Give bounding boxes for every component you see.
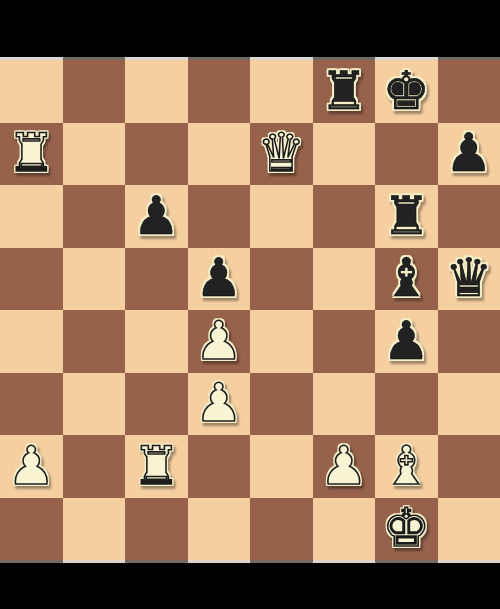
white-king[interactable]: ♚ [382, 501, 430, 554]
black-pawn[interactable]: ♟ [195, 251, 243, 304]
square-c8[interactable] [125, 60, 188, 123]
white-queen[interactable]: ♛ [257, 126, 305, 179]
black-pawn[interactable]: ♟ [445, 126, 493, 179]
square-f4[interactable] [313, 310, 376, 373]
white-pawn[interactable]: ♟ [195, 376, 243, 429]
black-rook[interactable]: ♜ [320, 64, 368, 117]
bottom-band [0, 563, 500, 609]
square-h3[interactable] [438, 373, 500, 436]
square-h5[interactable]: ♛ [438, 248, 500, 311]
square-d7[interactable] [188, 123, 251, 186]
square-c6[interactable]: ♟ [125, 185, 188, 248]
square-g4[interactable]: ♟ [375, 310, 438, 373]
square-f5[interactable] [313, 248, 376, 311]
chess-board: ♜♚♜♛♟♟♜♟♝♛♟♟♟♟♜♟♝♚ [0, 60, 500, 560]
top-band [0, 0, 500, 57]
square-e1[interactable] [250, 498, 313, 561]
edge-segment [125, 560, 188, 563]
square-g1[interactable]: ♚ [375, 498, 438, 561]
square-f7[interactable] [313, 123, 376, 186]
square-d8[interactable] [188, 60, 251, 123]
square-b4[interactable] [63, 310, 126, 373]
square-f2[interactable]: ♟ [313, 435, 376, 498]
square-d1[interactable] [188, 498, 251, 561]
black-pawn[interactable]: ♟ [382, 314, 430, 367]
square-d5[interactable]: ♟ [188, 248, 251, 311]
square-c2[interactable]: ♜ [125, 435, 188, 498]
black-king[interactable]: ♚ [382, 64, 430, 117]
white-rook[interactable]: ♜ [7, 126, 55, 179]
square-d4[interactable]: ♟ [188, 310, 251, 373]
square-f3[interactable] [313, 373, 376, 436]
square-h6[interactable] [438, 185, 500, 248]
square-e3[interactable] [250, 373, 313, 436]
square-h8[interactable] [438, 60, 500, 123]
edge-segment [188, 560, 251, 563]
square-h1[interactable] [438, 498, 500, 561]
square-c7[interactable] [125, 123, 188, 186]
square-g5[interactable]: ♝ [375, 248, 438, 311]
square-f6[interactable] [313, 185, 376, 248]
square-d6[interactable] [188, 185, 251, 248]
square-a1[interactable] [0, 498, 63, 561]
edge-segment [250, 560, 313, 563]
square-b2[interactable] [63, 435, 126, 498]
square-b1[interactable] [63, 498, 126, 561]
square-d3[interactable]: ♟ [188, 373, 251, 436]
square-a7[interactable]: ♜ [0, 123, 63, 186]
square-b6[interactable] [63, 185, 126, 248]
square-b3[interactable] [63, 373, 126, 436]
square-c5[interactable] [125, 248, 188, 311]
square-d2[interactable] [188, 435, 251, 498]
square-a4[interactable] [0, 310, 63, 373]
square-h2[interactable] [438, 435, 500, 498]
square-e8[interactable] [250, 60, 313, 123]
white-pawn[interactable]: ♟ [7, 439, 55, 492]
white-bishop[interactable]: ♝ [382, 439, 430, 492]
black-pawn[interactable]: ♟ [132, 189, 180, 242]
square-h7[interactable]: ♟ [438, 123, 500, 186]
square-c4[interactable] [125, 310, 188, 373]
square-f1[interactable] [313, 498, 376, 561]
square-a2[interactable]: ♟ [0, 435, 63, 498]
square-c3[interactable] [125, 373, 188, 436]
board-bottom-edge [0, 560, 500, 563]
square-e6[interactable] [250, 185, 313, 248]
square-b8[interactable] [63, 60, 126, 123]
square-g8[interactable]: ♚ [375, 60, 438, 123]
square-e7[interactable]: ♛ [250, 123, 313, 186]
square-f8[interactable]: ♜ [313, 60, 376, 123]
square-h4[interactable] [438, 310, 500, 373]
square-g2[interactable]: ♝ [375, 435, 438, 498]
edge-segment [375, 560, 438, 563]
black-rook[interactable]: ♜ [382, 189, 430, 242]
edge-segment [438, 560, 500, 563]
square-b5[interactable] [63, 248, 126, 311]
square-g3[interactable] [375, 373, 438, 436]
edge-segment [63, 560, 126, 563]
square-g6[interactable]: ♜ [375, 185, 438, 248]
edge-segment [313, 560, 376, 563]
square-g7[interactable] [375, 123, 438, 186]
square-e5[interactable] [250, 248, 313, 311]
square-b7[interactable] [63, 123, 126, 186]
black-queen[interactable]: ♛ [445, 251, 493, 304]
white-pawn[interactable]: ♟ [195, 314, 243, 367]
square-a5[interactable] [0, 248, 63, 311]
square-a8[interactable] [0, 60, 63, 123]
page: ♜♚♜♛♟♟♜♟♝♛♟♟♟♟♜♟♝♚ [0, 0, 500, 609]
square-e4[interactable] [250, 310, 313, 373]
white-rook[interactable]: ♜ [132, 439, 180, 492]
white-pawn[interactable]: ♟ [320, 439, 368, 492]
square-c1[interactable] [125, 498, 188, 561]
square-a6[interactable] [0, 185, 63, 248]
square-e2[interactable] [250, 435, 313, 498]
black-bishop[interactable]: ♝ [382, 251, 430, 304]
edge-segment [0, 560, 63, 563]
square-a3[interactable] [0, 373, 63, 436]
